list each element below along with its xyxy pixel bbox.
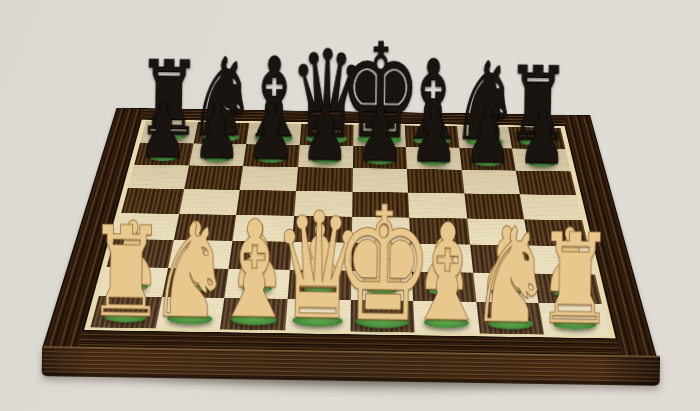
camera-tilt-wrapper: ♜♞♝♛♚♝♞♜♟♟♟♟♟♟♟♟♟♟♟♟♟♟♟♟♜♞♝♛♚♝♞♜: [0, 0, 700, 411]
pawn-glyph: ♟: [409, 96, 459, 174]
rook-glyph: ♜: [535, 217, 615, 343]
photo-backdrop: ♜♞♝♛♚♝♞♜♟♟♟♟♟♟♟♟♟♟♟♟♟♟♟♟♜♞♝♛♚♝♞♜: [0, 0, 700, 411]
pawn-glyph: ♟: [355, 95, 405, 173]
pawn-glyph: ♟: [139, 91, 189, 169]
pawn-glyph: ♟: [518, 97, 568, 175]
pawn-glyph: ♟: [464, 96, 514, 174]
pawn-glyph: ♟: [247, 93, 297, 171]
pawn-glyph: ♟: [301, 94, 351, 172]
pawn-glyph: ♟: [193, 92, 243, 170]
